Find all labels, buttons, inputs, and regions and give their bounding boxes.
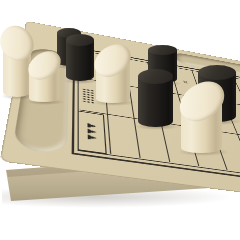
board-game-photo: ≡∴≡ ♟♟♟ <box>0 0 240 240</box>
piece-cream-3-r1c3[interactable] <box>96 48 130 103</box>
piece-black-4-r1c5[interactable] <box>138 69 173 127</box>
black-cylinder-top <box>138 69 173 84</box>
logo-figure-box: ♟♟♟ <box>77 110 106 153</box>
black-cylinder-top <box>148 45 177 55</box>
piece-black-2-r0c3[interactable] <box>66 34 94 81</box>
piece-cream-1-r0c0[interactable] <box>3 27 31 97</box>
black-cylinder-body <box>138 77 173 127</box>
cell-hieroglyph-mark: ≡ <box>181 80 189 84</box>
piece-cream-4-r2c5[interactable] <box>181 86 222 153</box>
logo-figure-silhouettes: ♟♟♟ <box>85 122 97 141</box>
piece-cream-2-r1c0[interactable] <box>29 54 59 102</box>
black-cylinder-top <box>198 65 236 80</box>
black-cylinder-body <box>66 40 94 81</box>
